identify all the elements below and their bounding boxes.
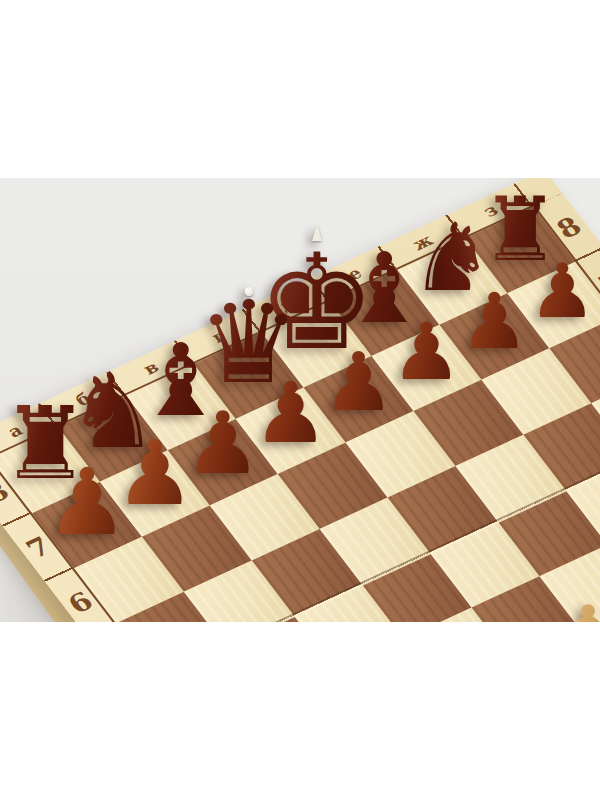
photo-background: 8877665544332211ааббввггддеежжзз ♜♞♝♛♚♝♞… — [0, 178, 600, 622]
white-matte-bottom — [0, 622, 600, 800]
white-pawn: ♟ — [535, 594, 600, 622]
white-ball-finial — [244, 287, 253, 296]
white-matte-top — [0, 0, 600, 178]
white-spike-finial — [312, 224, 322, 241]
black-pawn-a7: ♟ — [31, 457, 143, 549]
product-photo: 8877665544332211ааббввггддеежжзз ♜♞♝♛♚♝♞… — [0, 0, 600, 800]
